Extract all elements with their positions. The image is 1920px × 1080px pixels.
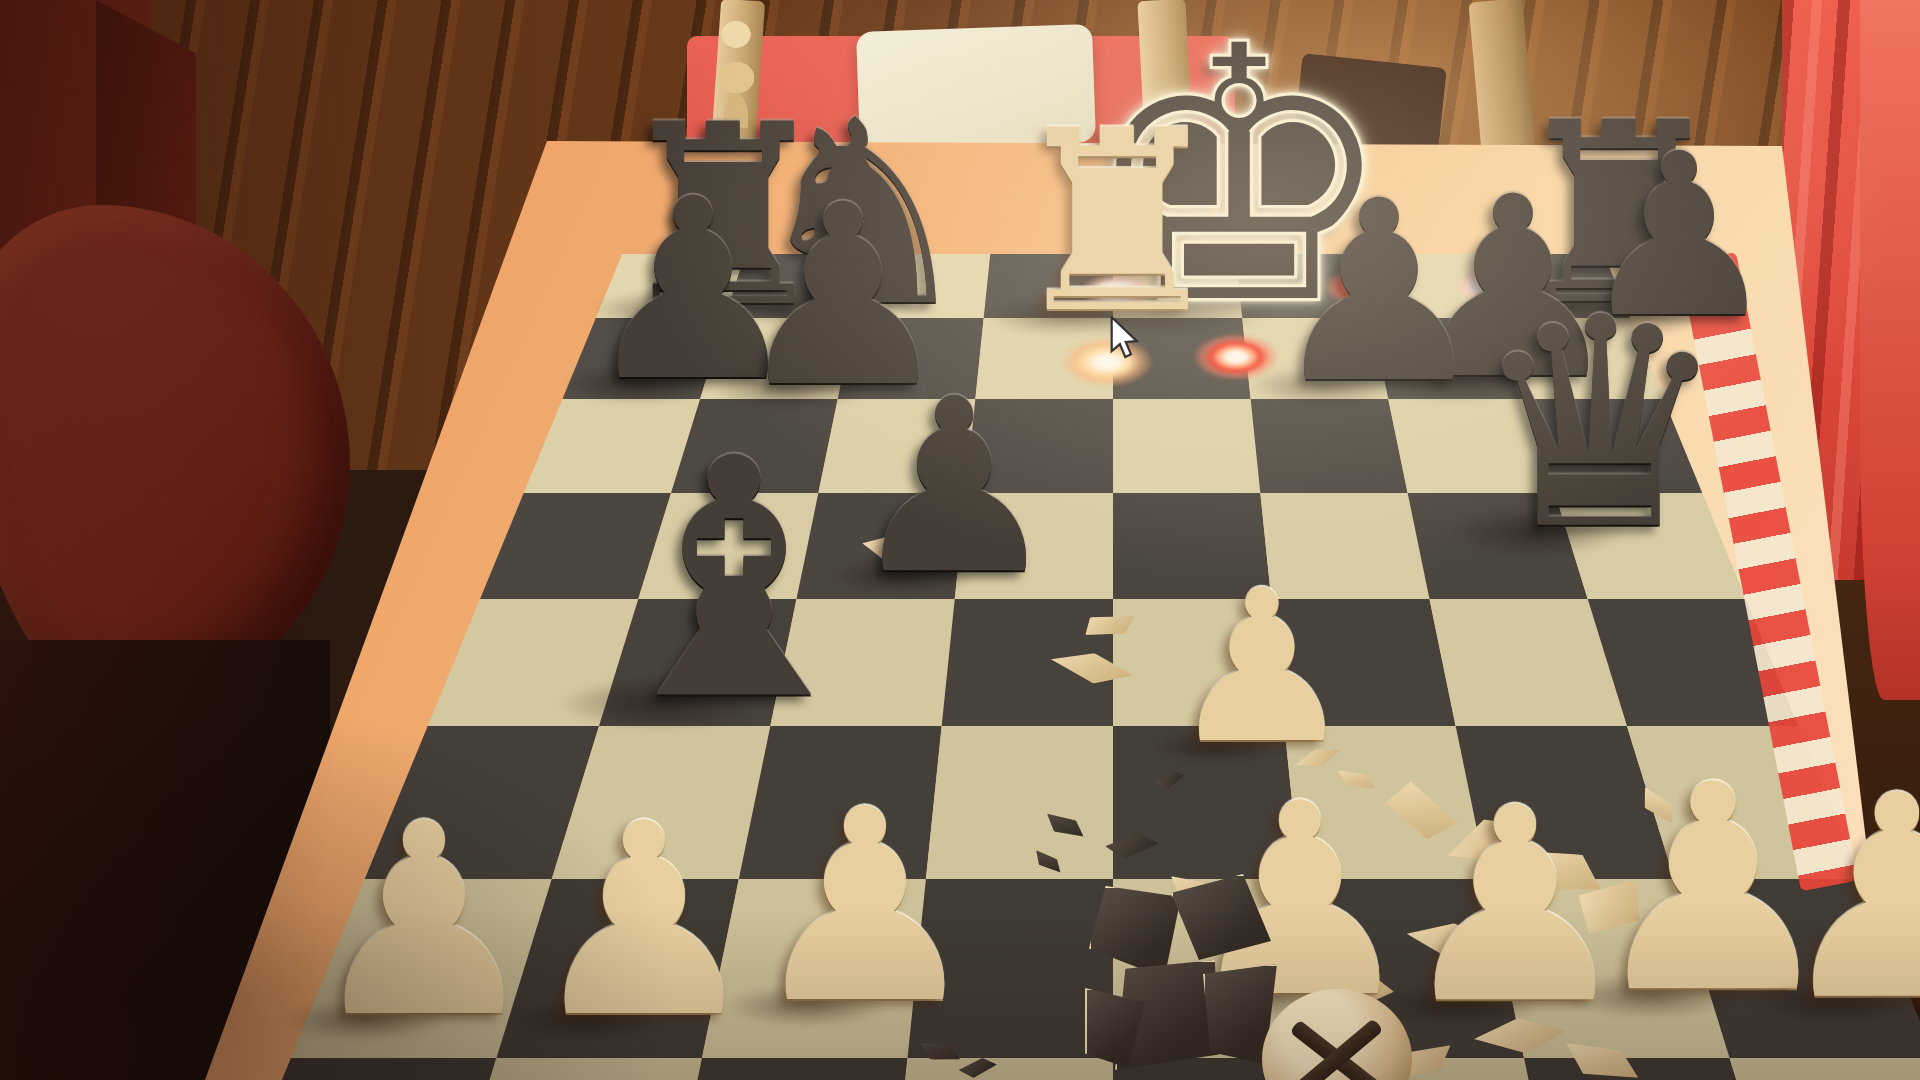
piece-white-pawn-h2[interactable]: ♟: [1771, 759, 1920, 1039]
piece-white-pawn-a2[interactable]: ♟: [305, 789, 543, 1054]
piece-white-pawn-f2[interactable]: ♟: [1395, 772, 1635, 1040]
piece-white-pawn-c2[interactable]: ♟: [746, 775, 984, 1040]
game-viewport: ♜♞♜♚♜♟♟♟♟♟♟♛♝♟♟♟♟♟♟♟♟: [0, 0, 1920, 1080]
piece-white-rook-d8[interactable]: ♜: [1005, 98, 1229, 348]
piece-black-bishop-b4[interactable]: ♝: [586, 416, 882, 746]
square-d1[interactable]: [886, 1058, 1113, 1080]
piece-black-pawn-f7[interactable]: ♟: [1267, 168, 1491, 418]
mouse-cursor: [1108, 316, 1142, 366]
piece-white-pawn-b2[interactable]: ♟: [525, 789, 763, 1054]
piece-black-queen-g5[interactable]: ♛: [1470, 280, 1730, 570]
square-e6[interactable]: [1113, 399, 1260, 493]
shattered-black-piece: [1085, 868, 1280, 1080]
piece-white-pawn-e4[interactable]: ♟: [1168, 563, 1356, 773]
